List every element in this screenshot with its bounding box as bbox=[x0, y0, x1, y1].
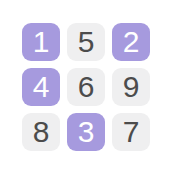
number-tile-5[interactable]: 5 bbox=[67, 23, 105, 61]
number-tile-4[interactable]: 4 bbox=[22, 68, 60, 106]
number-tile-8[interactable]: 8 bbox=[22, 113, 60, 151]
number-tile-1[interactable]: 1 bbox=[22, 23, 60, 61]
number-tile-6[interactable]: 6 bbox=[67, 68, 105, 106]
number-tile-9[interactable]: 9 bbox=[112, 68, 150, 106]
number-tile-3[interactable]: 3 bbox=[67, 113, 105, 151]
number-tile-7[interactable]: 7 bbox=[112, 113, 150, 151]
number-tile-2[interactable]: 2 bbox=[112, 23, 150, 61]
number-grid-board: 1 5 2 4 6 9 8 3 7 bbox=[22, 23, 150, 151]
